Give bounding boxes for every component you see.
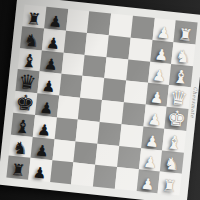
white-bishop: ♝ (165, 132, 183, 152)
square[interactable] (97, 122, 121, 146)
square[interactable]: ♚ (13, 91, 37, 115)
black-rook: ♜ (26, 10, 42, 27)
square[interactable]: ♜ (158, 172, 182, 196)
square[interactable] (59, 74, 83, 98)
white-king: ♚ (166, 108, 187, 131)
white-pawn: ♟ (147, 112, 162, 128)
black-pawn: ♟ (41, 79, 56, 95)
white-bishop: ♝ (172, 68, 190, 88)
square[interactable] (102, 78, 126, 102)
black-bishop: ♝ (21, 52, 39, 72)
white-pawn: ♟ (143, 155, 158, 171)
square[interactable]: ♟ (152, 18, 176, 42)
black-bishop: ♝ (14, 117, 32, 137)
black-pawn: ♟ (34, 144, 49, 160)
square[interactable]: ♟ (148, 61, 172, 85)
square[interactable] (76, 119, 100, 143)
square[interactable] (124, 81, 148, 105)
square[interactable]: ♟ (37, 72, 61, 96)
black-pawn: ♟ (37, 122, 52, 138)
square[interactable]: ♛ (167, 85, 191, 109)
square[interactable]: ♟ (150, 40, 174, 64)
square[interactable]: ♟ (28, 158, 52, 182)
square[interactable] (83, 54, 107, 78)
square[interactable]: ♛ (15, 69, 39, 93)
square[interactable] (121, 102, 145, 126)
square[interactable] (56, 95, 80, 119)
square[interactable]: ♜ (6, 156, 30, 180)
white-pawn: ♟ (145, 133, 160, 149)
square[interactable] (63, 31, 87, 55)
board-brand-text: Chessmate (190, 86, 199, 118)
black-pawn: ♟ (32, 165, 47, 181)
white-pawn: ♟ (149, 90, 164, 106)
black-queen: ♛ (17, 71, 37, 93)
square[interactable]: ♟ (145, 83, 169, 107)
square[interactable] (78, 98, 102, 122)
square[interactable]: ♞ (20, 26, 44, 50)
square[interactable] (87, 11, 111, 35)
square[interactable] (115, 167, 139, 191)
square[interactable]: ♟ (39, 50, 63, 74)
white-queen: ♛ (169, 87, 189, 109)
square[interactable] (80, 76, 104, 100)
square[interactable] (71, 163, 95, 187)
square[interactable]: ♟ (30, 136, 54, 160)
white-rook: ♜ (161, 178, 177, 195)
square[interactable] (117, 146, 141, 170)
square[interactable]: ♟ (138, 148, 162, 172)
square[interactable] (107, 35, 131, 59)
square[interactable]: ♞ (160, 150, 184, 174)
square[interactable]: ♟ (33, 115, 57, 139)
square[interactable]: ♜ (174, 20, 198, 44)
black-pawn: ♟ (46, 35, 61, 51)
square[interactable] (66, 9, 90, 33)
square[interactable] (130, 16, 154, 40)
square[interactable]: ♞ (171, 42, 195, 66)
black-king: ♚ (15, 92, 36, 115)
white-pawn: ♟ (152, 68, 167, 84)
square[interactable]: ♟ (44, 7, 68, 31)
square[interactable] (119, 124, 143, 148)
square[interactable]: ♝ (169, 64, 193, 88)
square[interactable]: ♟ (35, 93, 59, 117)
square[interactable]: ♞ (9, 134, 33, 158)
square[interactable] (74, 141, 98, 165)
white-knight: ♞ (175, 47, 192, 66)
black-pawn: ♟ (48, 14, 63, 30)
square[interactable]: ♝ (18, 48, 42, 72)
chess-board: ♜♟♟♜♞♟♟♞♝♟♟♝♛♟♟♛♚♟♟♚♝♟♟♝♞♟♟♞♜♟♟♜ Chessma… (0, 0, 200, 200)
photo-background: ♜♟♟♜♞♟♟♞♝♟♟♝♛♟♟♛♚♟♟♚♝♟♟♝♞♟♟♞♜♟♟♜ Chessma… (0, 0, 200, 200)
square[interactable] (85, 33, 109, 57)
square[interactable]: ♟ (136, 169, 160, 193)
white-knight: ♞ (163, 155, 180, 174)
square[interactable] (126, 59, 150, 83)
white-pawn: ♟ (156, 25, 171, 41)
square[interactable] (52, 139, 76, 163)
square[interactable] (93, 165, 117, 189)
square[interactable]: ♟ (141, 126, 165, 150)
square[interactable] (61, 52, 85, 76)
square[interactable] (95, 143, 119, 167)
square[interactable] (128, 37, 152, 61)
white-pawn: ♟ (140, 177, 155, 193)
square[interactable]: ♜ (22, 4, 46, 28)
board-grid: ♜♟♟♜♞♟♟♞♝♟♟♝♛♟♟♛♚♟♟♚♝♟♟♝♞♟♟♞♜♟♟♜ (6, 4, 197, 195)
white-pawn: ♟ (154, 47, 169, 63)
black-rook: ♜ (10, 162, 26, 179)
black-pawn: ♟ (39, 100, 54, 116)
square[interactable]: ♟ (143, 105, 167, 129)
square[interactable] (54, 117, 78, 141)
square[interactable]: ♝ (11, 113, 35, 137)
square[interactable]: ♚ (165, 107, 189, 131)
square[interactable] (100, 100, 124, 124)
black-knight: ♞ (23, 31, 40, 50)
square[interactable] (109, 13, 133, 37)
square[interactable]: ♝ (162, 128, 186, 152)
white-rook: ♜ (177, 26, 193, 43)
black-knight: ♞ (12, 139, 29, 158)
square[interactable] (50, 160, 74, 184)
square[interactable]: ♟ (42, 28, 66, 52)
black-pawn: ♟ (43, 57, 58, 73)
square[interactable] (104, 57, 128, 81)
